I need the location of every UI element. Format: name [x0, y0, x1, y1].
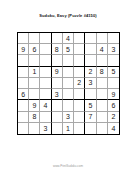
sudoku-cell-r4c6	[74, 67, 85, 78]
sudoku-cell-r7c4	[52, 100, 63, 111]
sudoku-cell-r8c2: 8	[29, 112, 40, 123]
sudoku-cell-r7c7: 5	[85, 100, 96, 111]
sudoku-cell-r2c7	[85, 44, 96, 55]
sudoku-cell-r9c9: 4	[108, 123, 119, 134]
sudoku-cell-r9c6	[74, 123, 85, 134]
sudoku-cell-r6c7	[85, 89, 96, 100]
sudoku-cell-r4c9: 5	[108, 67, 119, 78]
sudoku-cell-r3c2	[29, 55, 40, 66]
sudoku-cell-r8c5: 3	[63, 112, 74, 123]
sudoku-cell-r7c1	[18, 100, 29, 111]
sudoku-cell-r7c5	[63, 100, 74, 111]
sudoku-cell-r2c4: 8	[52, 44, 63, 55]
sudoku-cell-r1c3	[40, 33, 51, 44]
sudoku-cell-r8c4	[52, 112, 63, 123]
footer-url: www.PrintSudoku.com	[0, 164, 136, 169]
puzzle-title: Sudoku, Easy (Puzzle #4150)	[0, 12, 136, 19]
sudoku-cell-r8c1	[18, 112, 29, 123]
sudoku-cell-r8c6	[74, 112, 85, 123]
sudoku-grid: 4968543192852363994568372314	[17, 32, 120, 135]
sudoku-cell-r7c9: 6	[108, 100, 119, 111]
sudoku-cell-r5c2	[29, 78, 40, 89]
sudoku-cell-r2c5: 5	[63, 44, 74, 55]
sudoku-cell-r5c9	[108, 78, 119, 89]
sudoku-cell-r7c3: 4	[40, 100, 51, 111]
sudoku-cell-r1c8	[97, 33, 108, 44]
sudoku-cell-r7c6	[74, 100, 85, 111]
sudoku-cell-r3c6	[74, 55, 85, 66]
sudoku-cell-r2c9: 3	[108, 44, 119, 55]
sudoku-cell-r6c8	[97, 89, 108, 100]
sudoku-cell-r9c7	[85, 123, 96, 134]
sudoku-cell-r4c7: 2	[85, 67, 96, 78]
sudoku-cell-r6c2	[29, 89, 40, 100]
sudoku-cell-r6c3	[40, 89, 51, 100]
sudoku-cell-r1c2	[29, 33, 40, 44]
sudoku-cell-r4c3	[40, 67, 51, 78]
sudoku-cell-r5c5	[63, 78, 74, 89]
sudoku-cell-r1c1	[18, 33, 29, 44]
sudoku-cell-r9c5: 1	[63, 123, 74, 134]
sudoku-cell-r4c8: 8	[97, 67, 108, 78]
sudoku-cell-r1c7	[85, 33, 96, 44]
sudoku-cell-r4c5	[63, 67, 74, 78]
sudoku-cell-r2c6	[74, 44, 85, 55]
sudoku-cell-r2c3	[40, 44, 51, 55]
sudoku-cell-r1c4	[52, 33, 63, 44]
printable-sudoku-page: Sudoku, Easy (Puzzle #4150) 496854319285…	[0, 0, 136, 176]
sudoku-cell-r1c6	[74, 33, 85, 44]
sudoku-cell-r9c1	[18, 123, 29, 134]
sudoku-cell-r7c8	[97, 100, 108, 111]
sudoku-cell-r5c8	[97, 78, 108, 89]
sudoku-cell-r3c4	[52, 55, 63, 66]
sudoku-cell-r1c9	[108, 33, 119, 44]
sudoku-cell-r8c7: 7	[85, 112, 96, 123]
sudoku-cell-r9c4	[52, 123, 63, 134]
sudoku-cell-r3c5	[63, 55, 74, 66]
sudoku-cell-r2c2: 6	[29, 44, 40, 55]
sudoku-cell-r6c4: 3	[52, 89, 63, 100]
sudoku-cell-r8c8	[97, 112, 108, 123]
sudoku-cell-r3c9	[108, 55, 119, 66]
sudoku-cell-r8c9: 2	[108, 112, 119, 123]
sudoku-cell-r8c3	[40, 112, 51, 123]
sudoku-cell-r3c1	[18, 55, 29, 66]
sudoku-cell-r6c6	[74, 89, 85, 100]
sudoku-cell-r3c7	[85, 55, 96, 66]
sudoku-cell-r5c4	[52, 78, 63, 89]
sudoku-cell-r6c5	[63, 89, 74, 100]
sudoku-cell-r6c9: 9	[108, 89, 119, 100]
sudoku-cell-r5c1	[18, 78, 29, 89]
sudoku-cell-r3c8	[97, 55, 108, 66]
sudoku-cell-r7c2: 9	[29, 100, 40, 111]
sudoku-cell-r1c5: 4	[63, 33, 74, 44]
sudoku-cell-r4c4: 9	[52, 67, 63, 78]
sudoku-cell-r9c3: 3	[40, 123, 51, 134]
sudoku-cell-r4c2: 1	[29, 67, 40, 78]
sudoku-cell-r2c1: 9	[18, 44, 29, 55]
sudoku-cell-r5c6: 2	[74, 78, 85, 89]
sudoku-cell-r9c2	[29, 123, 40, 134]
sudoku-cell-r5c3	[40, 78, 51, 89]
sudoku-cell-r2c8: 4	[97, 44, 108, 55]
sudoku-cell-r4c1	[18, 67, 29, 78]
sudoku-cell-r6c1: 6	[18, 89, 29, 100]
sudoku-cell-r3c3	[40, 55, 51, 66]
sudoku-cell-r9c8	[97, 123, 108, 134]
sudoku-cell-r5c7: 3	[85, 78, 96, 89]
